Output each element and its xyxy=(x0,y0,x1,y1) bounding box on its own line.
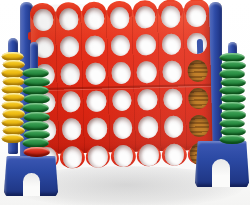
right-foot-arch-cutout xyxy=(212,159,230,187)
hole-r6c5[interactable] xyxy=(139,144,159,166)
hole-r2c3[interactable] xyxy=(85,35,105,57)
hole-r1c3[interactable] xyxy=(84,8,104,30)
hole-r4c3[interactable] xyxy=(86,90,106,112)
hole-r3c7[interactable] xyxy=(188,60,208,82)
right-leg-foot xyxy=(195,141,249,187)
board xyxy=(30,1,213,170)
hole-r6c2[interactable] xyxy=(62,146,82,168)
rear-post-through-hole xyxy=(197,39,203,54)
hole-r6c4[interactable] xyxy=(113,145,133,167)
yellow-disc[interactable] xyxy=(2,134,24,143)
product-photo-connect-four xyxy=(0,0,250,205)
hole-r4c2[interactable] xyxy=(61,91,81,113)
hole-r1c7[interactable] xyxy=(186,5,206,27)
hole-r1c2[interactable] xyxy=(59,8,79,30)
left-leg-foot xyxy=(4,156,58,196)
right-green-disc-stack xyxy=(220,54,245,144)
hole-r5c3[interactable] xyxy=(87,118,107,140)
hole-r4c5[interactable] xyxy=(137,89,157,111)
red-disc[interactable] xyxy=(24,147,50,157)
hole-r2c7[interactable] xyxy=(187,33,207,55)
hole-r1c5[interactable] xyxy=(135,6,155,28)
green-disc[interactable] xyxy=(220,135,245,144)
hole-r3c3[interactable] xyxy=(86,63,106,85)
hole-r1c1[interactable] xyxy=(33,9,53,31)
hole-r1c4[interactable] xyxy=(110,7,130,29)
hole-r4c7[interactable] xyxy=(189,88,209,110)
hole-r2c6[interactable] xyxy=(162,33,182,55)
hole-r5c5[interactable] xyxy=(138,117,158,139)
hole-r2c4[interactable] xyxy=(110,35,130,57)
hole-r3c4[interactable] xyxy=(111,62,131,84)
yellow-disc-stack xyxy=(2,53,24,143)
hole-r2c5[interactable] xyxy=(136,34,156,56)
hole-r3c2[interactable] xyxy=(60,63,80,85)
hole-r6c3[interactable] xyxy=(88,145,108,167)
hole-r6c6[interactable] xyxy=(164,143,184,165)
hole-r4c4[interactable] xyxy=(112,90,132,112)
hole-r5c6[interactable] xyxy=(164,116,184,138)
hole-r4c6[interactable] xyxy=(163,88,183,110)
hole-r2c2[interactable] xyxy=(59,36,79,58)
hole-r3c6[interactable] xyxy=(162,61,182,83)
left-green-disc-stack xyxy=(23,69,49,157)
hole-r1c6[interactable] xyxy=(161,6,181,28)
hole-r3c5[interactable] xyxy=(137,61,157,83)
left-foot-arch-cutout xyxy=(23,173,40,196)
hole-r5c7[interactable] xyxy=(189,115,209,137)
hole-r5c2[interactable] xyxy=(61,119,81,141)
hole-r5c4[interactable] xyxy=(113,117,133,139)
